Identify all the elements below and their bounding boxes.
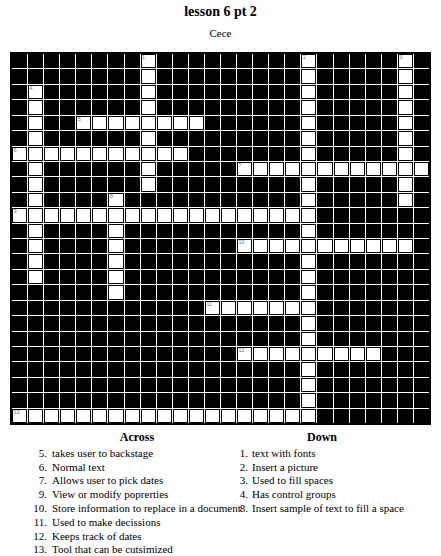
cell-r17c22: [350, 301, 365, 315]
cell-r13c15[interactable]: 10: [237, 239, 252, 253]
cell-r2c22: [350, 69, 365, 83]
cell-r7c7[interactable]: [108, 147, 123, 161]
cell-r18c15: [237, 316, 252, 330]
cell-r10c4: [60, 193, 75, 207]
cell-r13c16[interactable]: [253, 239, 268, 253]
cell-number: 11: [206, 301, 212, 307]
cell-r13c17[interactable]: [269, 239, 284, 253]
cell-r20c20[interactable]: [317, 347, 332, 361]
cell-r14c18: [285, 254, 300, 268]
cell-r7c25[interactable]: [398, 147, 413, 161]
cell-r24c9[interactable]: [141, 409, 156, 423]
cell-r15c19[interactable]: [301, 270, 316, 284]
cell-r21c6: [92, 362, 107, 376]
cell-r11c18[interactable]: [285, 208, 300, 222]
cell-r7c11[interactable]: [173, 147, 188, 161]
cell-r8c16[interactable]: [253, 162, 268, 176]
cell-r20c3: [44, 347, 59, 361]
cell-r1c9[interactable]: 1: [141, 54, 156, 68]
cell-r5c4: [60, 116, 75, 130]
cell-r4c23: [366, 100, 381, 114]
cell-r20c23[interactable]: [366, 347, 381, 361]
clue-number: 2.: [238, 461, 248, 475]
cell-r9c17: [269, 177, 284, 191]
crossword-grid: 12345678910111213: [10, 52, 431, 425]
cell-r20c2: [28, 347, 43, 361]
cell-r3c9[interactable]: [141, 85, 156, 99]
cell-r21c17: [269, 362, 284, 376]
cell-r19c6: [92, 332, 107, 346]
cell-r5c26: [414, 116, 429, 130]
cell-r6c15: [237, 131, 252, 145]
cell-r9c24: [382, 177, 397, 191]
cell-r20c10: [157, 347, 172, 361]
cell-r13c10: [157, 239, 172, 253]
cell-r9c11: [173, 177, 188, 191]
cell-r13c2[interactable]: [28, 239, 43, 253]
cell-r20c17[interactable]: [269, 347, 284, 361]
cell-r5c8[interactable]: [125, 116, 140, 130]
cell-r15c25: [398, 270, 413, 284]
clue-text: Tool that can be cutsimized: [52, 543, 173, 556]
clue-text: takes user to backstage: [52, 447, 153, 461]
cell-r8c21[interactable]: [334, 162, 349, 176]
cell-r12c19[interactable]: [301, 224, 316, 238]
cell-r14c19[interactable]: [301, 254, 316, 268]
cell-r11c1[interactable]: 9: [12, 208, 27, 222]
cell-r22c4: [60, 378, 75, 392]
cell-r11c16[interactable]: [253, 208, 268, 222]
cell-r13c24[interactable]: [382, 239, 397, 253]
cell-r21c26: [414, 362, 429, 376]
cell-r5c12[interactable]: [189, 116, 204, 130]
cell-r3c26: [414, 85, 429, 99]
cell-r13c26: [414, 239, 429, 253]
cell-r11c15[interactable]: [237, 208, 252, 222]
cell-r10c25[interactable]: [398, 193, 413, 207]
cell-r10c2[interactable]: [28, 193, 43, 207]
cell-r10c5: [76, 193, 91, 207]
cell-r18c5: [76, 316, 91, 330]
cell-r7c10[interactable]: [157, 147, 172, 161]
across-clues-section: Across 5.takes user to backstage6.Normal…: [30, 431, 244, 556]
cell-r6c19[interactable]: [301, 131, 316, 145]
cell-r2c14: [221, 69, 236, 83]
cell-r1c4: [60, 54, 75, 68]
cell-r11c17[interactable]: [269, 208, 284, 222]
cell-r20c16[interactable]: [253, 347, 268, 361]
cell-r7c9[interactable]: [141, 147, 156, 161]
cell-r8c24[interactable]: [382, 162, 397, 176]
cell-r17c6: [92, 301, 107, 315]
cell-r6c9[interactable]: [141, 131, 156, 145]
cell-r17c14[interactable]: [221, 301, 236, 315]
cell-r17c15[interactable]: [237, 301, 252, 315]
cell-r5c23: [366, 116, 381, 130]
cell-r24c3[interactable]: [44, 409, 59, 423]
cell-r18c3: [44, 316, 59, 330]
cell-r3c23: [366, 85, 381, 99]
cell-r14c7[interactable]: [108, 254, 123, 268]
cell-r18c7: [108, 316, 123, 330]
cell-r5c14: [221, 116, 236, 130]
cell-r11c10[interactable]: [157, 208, 172, 222]
cell-r11c14[interactable]: [221, 208, 236, 222]
cell-r11c25: [398, 208, 413, 222]
cell-r12c2[interactable]: [28, 224, 43, 238]
cell-r9c19[interactable]: [301, 177, 316, 191]
cell-r5c5[interactable]: 5: [76, 116, 91, 130]
cell-r24c13[interactable]: [205, 409, 220, 423]
cell-r19c18: [285, 332, 300, 346]
cell-r15c2[interactable]: [28, 270, 43, 284]
cell-r11c26: [414, 208, 429, 222]
cell-r20c18[interactable]: [285, 347, 300, 361]
cell-r20c19[interactable]: [301, 347, 316, 361]
cell-r2c9[interactable]: [141, 69, 156, 83]
cell-r24c1[interactable]: 13: [12, 409, 27, 423]
cell-r8c22[interactable]: [350, 162, 365, 176]
cell-r24c23: [366, 409, 381, 423]
cell-r5c2[interactable]: [28, 116, 43, 130]
cell-r24c6[interactable]: [92, 409, 107, 423]
cell-r11c9[interactable]: [141, 208, 156, 222]
cell-r20c4: [60, 347, 75, 361]
cell-r24c2[interactable]: [28, 409, 43, 423]
cell-r20c14: [221, 347, 236, 361]
cell-r16c10: [157, 285, 172, 299]
cell-r16c12: [189, 285, 204, 299]
down-clue-1: 1.text with fonts: [238, 447, 406, 461]
cell-r19c19[interactable]: [301, 332, 316, 346]
cell-r9c22: [350, 177, 365, 191]
cell-r7c2[interactable]: [28, 147, 43, 161]
cell-r9c21: [334, 177, 349, 191]
cell-r7c3[interactable]: [44, 147, 59, 161]
cell-r7c20: [317, 147, 332, 161]
cell-r5c10[interactable]: [157, 116, 172, 130]
cell-r15c14: [221, 270, 236, 284]
cell-r8c17[interactable]: [269, 162, 284, 176]
cell-r7c13: [205, 147, 220, 161]
cell-r6c12: [189, 131, 204, 145]
cell-r8c20[interactable]: [317, 162, 332, 176]
cell-number: 8: [110, 193, 113, 199]
cell-r3c7: [108, 85, 123, 99]
cell-r4c9[interactable]: [141, 100, 156, 114]
cell-r9c26: [414, 177, 429, 191]
cell-r6c2[interactable]: [28, 131, 43, 145]
cell-r13c22[interactable]: [350, 239, 365, 253]
cell-r24c4[interactable]: [60, 409, 75, 423]
cell-r9c2[interactable]: [28, 177, 43, 191]
cell-r17c18[interactable]: [285, 301, 300, 315]
cell-r23c22: [350, 393, 365, 407]
cell-r12c6: [92, 224, 107, 238]
cell-r24c11[interactable]: [173, 409, 188, 423]
cell-r8c7: [108, 162, 123, 176]
cell-r12c7[interactable]: [108, 224, 123, 238]
cell-r22c1: [12, 378, 27, 392]
cell-r23c20: [317, 393, 332, 407]
cell-r9c12: [189, 177, 204, 191]
cell-r5c11[interactable]: [173, 116, 188, 130]
cell-r11c5[interactable]: [76, 208, 91, 222]
cell-r23c1: [12, 393, 27, 407]
cell-r7c8[interactable]: [125, 147, 140, 161]
cell-r24c16[interactable]: [253, 409, 268, 423]
cell-r10c21: [334, 193, 349, 207]
cell-r1c25[interactable]: 3: [398, 54, 413, 68]
clue-text: Keeps track of dates: [52, 530, 142, 544]
cell-r5c19[interactable]: [301, 116, 316, 130]
cell-r11c2[interactable]: [28, 208, 43, 222]
cell-r11c13[interactable]: [205, 208, 220, 222]
cell-r14c24: [382, 254, 397, 268]
cell-r10c19[interactable]: [301, 193, 316, 207]
cell-r23c17: [269, 393, 284, 407]
cell-r11c3[interactable]: [44, 208, 59, 222]
cell-r17c10: [157, 301, 172, 315]
cell-r24c12[interactable]: [189, 409, 204, 423]
cell-r15c11: [173, 270, 188, 284]
cell-r4c25[interactable]: [398, 100, 413, 114]
cell-r15c21: [334, 270, 349, 284]
cell-r12c25: [398, 224, 413, 238]
cell-r15c8: [125, 270, 140, 284]
cell-r4c2[interactable]: [28, 100, 43, 114]
cell-r21c8: [125, 362, 140, 376]
cell-r11c7[interactable]: [108, 208, 123, 222]
cell-r13c20[interactable]: [317, 239, 332, 253]
cell-r4c3: [44, 100, 59, 114]
clue-text: Insert sample of text to fill a space: [252, 502, 404, 516]
cell-r3c1: [12, 85, 27, 99]
cell-r6c4: [60, 131, 75, 145]
cell-number: 10: [239, 239, 245, 245]
cell-r8c9[interactable]: [141, 162, 156, 176]
cell-r18c25: [398, 316, 413, 330]
cell-r18c10: [157, 316, 172, 330]
cell-r15c24: [382, 270, 397, 284]
cell-r15c18: [285, 270, 300, 284]
cell-r9c3: [44, 177, 59, 191]
cell-r9c25[interactable]: [398, 177, 413, 191]
cell-r12c24: [382, 224, 397, 238]
cell-r19c14: [221, 332, 236, 346]
cell-r12c14: [221, 224, 236, 238]
cell-r24c19[interactable]: [301, 409, 316, 423]
cell-r13c13: [205, 239, 220, 253]
cell-r14c11: [173, 254, 188, 268]
clue-number: 6.: [30, 461, 47, 475]
cell-r5c22: [350, 116, 365, 130]
cell-r16c1: [12, 285, 27, 299]
cell-r13c5: [76, 239, 91, 253]
cell-r5c25[interactable]: [398, 116, 413, 130]
cell-r12c20: [317, 224, 332, 238]
cell-r23c21: [334, 393, 349, 407]
cell-r22c6: [92, 378, 107, 392]
cell-r1c18: [285, 54, 300, 68]
cell-r16c18: [285, 285, 300, 299]
cell-r18c6: [92, 316, 107, 330]
cell-r21c5: [76, 362, 91, 376]
cell-r1c22: [350, 54, 365, 68]
cell-r2c19[interactable]: [301, 69, 316, 83]
cell-r23c3: [44, 393, 59, 407]
cell-r24c24: [382, 409, 397, 423]
cell-r1c3: [44, 54, 59, 68]
cell-r20c22[interactable]: [350, 347, 365, 361]
cell-r24c8[interactable]: [125, 409, 140, 423]
cell-r24c17[interactable]: [269, 409, 284, 423]
cell-r7c5[interactable]: [76, 147, 91, 161]
cell-r16c23: [366, 285, 381, 299]
cell-r22c9: [141, 378, 156, 392]
cell-r8c15[interactable]: 7: [237, 162, 252, 176]
cell-r1c7: [108, 54, 123, 68]
cell-r17c16[interactable]: [253, 301, 268, 315]
cell-r21c18: [285, 362, 300, 376]
cell-r20c15[interactable]: 12: [237, 347, 252, 361]
cell-r8c18[interactable]: [285, 162, 300, 176]
cell-r12c8: [125, 224, 140, 238]
clue-text: text with fonts: [252, 447, 316, 461]
cell-r22c18: [285, 378, 300, 392]
cell-r24c15[interactable]: [237, 409, 252, 423]
cell-r16c7[interactable]: [108, 285, 123, 299]
cell-r10c9: [141, 193, 156, 207]
cell-r21c19[interactable]: [301, 362, 316, 376]
across-clue-7: 7.Allows user to pick dates: [30, 474, 244, 488]
clue-number: 3.: [238, 474, 248, 488]
cell-r16c17: [269, 285, 284, 299]
cell-r19c16: [253, 332, 268, 346]
cell-r14c20: [317, 254, 332, 268]
cell-r13c23[interactable]: [366, 239, 381, 253]
cell-r24c10[interactable]: [157, 409, 172, 423]
cell-r22c19[interactable]: [301, 378, 316, 392]
cell-r13c12: [189, 239, 204, 253]
cell-r17c17[interactable]: [269, 301, 284, 315]
cell-r13c7[interactable]: [108, 239, 123, 253]
cell-r24c5[interactable]: [76, 409, 91, 423]
cell-r11c20: [317, 208, 332, 222]
cell-r12c23: [366, 224, 381, 238]
cell-r4c18: [285, 100, 300, 114]
cell-r20c21[interactable]: [334, 347, 349, 361]
cell-r7c6[interactable]: [92, 147, 107, 161]
cell-r23c19[interactable]: [301, 393, 316, 407]
down-heading: Down: [238, 431, 406, 445]
cell-r16c14: [221, 285, 236, 299]
cell-r6c25[interactable]: [398, 131, 413, 145]
cell-r21c20: [317, 362, 332, 376]
cell-r16c21: [334, 285, 349, 299]
cell-r24c14[interactable]: [221, 409, 236, 423]
cell-r15c7[interactable]: [108, 270, 123, 284]
cell-r18c16: [253, 316, 268, 330]
cell-r12c16: [253, 224, 268, 238]
cell-r9c9[interactable]: [141, 177, 156, 191]
cell-r24c7[interactable]: [108, 409, 123, 423]
cell-r4c8: [125, 100, 140, 114]
across-clue-9: 9.View or modify poprerties: [30, 488, 244, 502]
cell-r24c20: [317, 409, 332, 423]
cell-r16c19[interactable]: [301, 285, 316, 299]
cell-r7c1[interactable]: 6: [12, 147, 27, 161]
cell-r8c2[interactable]: [28, 162, 43, 176]
cell-r4c15: [237, 100, 252, 114]
cell-r11c4[interactable]: [60, 208, 75, 222]
cell-r8c23[interactable]: [366, 162, 381, 176]
cell-r5c7[interactable]: [108, 116, 123, 130]
cell-r3c25[interactable]: [398, 85, 413, 99]
cell-r11c8[interactable]: [125, 208, 140, 222]
across-clue-list: 5.takes user to backstage6.Normal text7.…: [30, 447, 244, 556]
cell-r8c26[interactable]: [414, 162, 429, 176]
cell-r7c4[interactable]: [60, 147, 75, 161]
cell-r13c21[interactable]: [334, 239, 349, 253]
cell-r5c9[interactable]: [141, 116, 156, 130]
across-clue-10: 10.Store information to replace in a doc…: [30, 502, 244, 516]
clue-number: 7.: [30, 474, 47, 488]
clue-number: 10.: [30, 502, 47, 516]
cell-r17c13[interactable]: 11: [205, 301, 220, 315]
cell-r3c2[interactable]: 4: [28, 85, 43, 99]
clue-text: Used to fill spaces: [252, 474, 333, 488]
cell-r11c6[interactable]: [92, 208, 107, 222]
cell-r1c19[interactable]: 2: [301, 54, 316, 68]
cell-r7c19[interactable]: [301, 147, 316, 161]
cell-r17c2: [28, 301, 43, 315]
down-clue-4: 4.Has control groups: [238, 488, 406, 502]
cell-r24c18[interactable]: [285, 409, 300, 423]
cell-r17c12: [189, 301, 204, 315]
cell-r13c1: [12, 239, 27, 253]
cell-r21c14: [221, 362, 236, 376]
cell-r4c19[interactable]: [301, 100, 316, 114]
cell-r10c7[interactable]: 8: [108, 193, 123, 207]
cell-r16c25: [398, 285, 413, 299]
cell-r1c21: [334, 54, 349, 68]
cell-r18c19[interactable]: [301, 316, 316, 330]
cell-r23c6: [92, 393, 107, 407]
cell-r2c25[interactable]: [398, 69, 413, 83]
cell-r13c18[interactable]: [285, 239, 300, 253]
cell-r17c19[interactable]: [301, 301, 316, 315]
cell-r3c19[interactable]: [301, 85, 316, 99]
cell-r1c26: [414, 54, 429, 68]
cell-r8c19[interactable]: [301, 162, 316, 176]
cell-r23c4: [60, 393, 75, 407]
cell-r9c4: [60, 177, 75, 191]
cell-r11c19[interactable]: [301, 208, 316, 222]
cell-r10c13: [205, 193, 220, 207]
cell-r19c2: [28, 332, 43, 346]
cell-r10c17: [269, 193, 284, 207]
cell-r12c9: [141, 224, 156, 238]
cell-r13c25[interactable]: [398, 239, 413, 253]
cell-r13c19[interactable]: [301, 239, 316, 253]
cell-r11c12[interactable]: [189, 208, 204, 222]
cell-r11c11[interactable]: [173, 208, 188, 222]
cell-r8c25[interactable]: [398, 162, 413, 176]
cell-r2c16: [253, 69, 268, 83]
cell-r14c2[interactable]: [28, 254, 43, 268]
cell-r5c6[interactable]: [92, 116, 107, 130]
